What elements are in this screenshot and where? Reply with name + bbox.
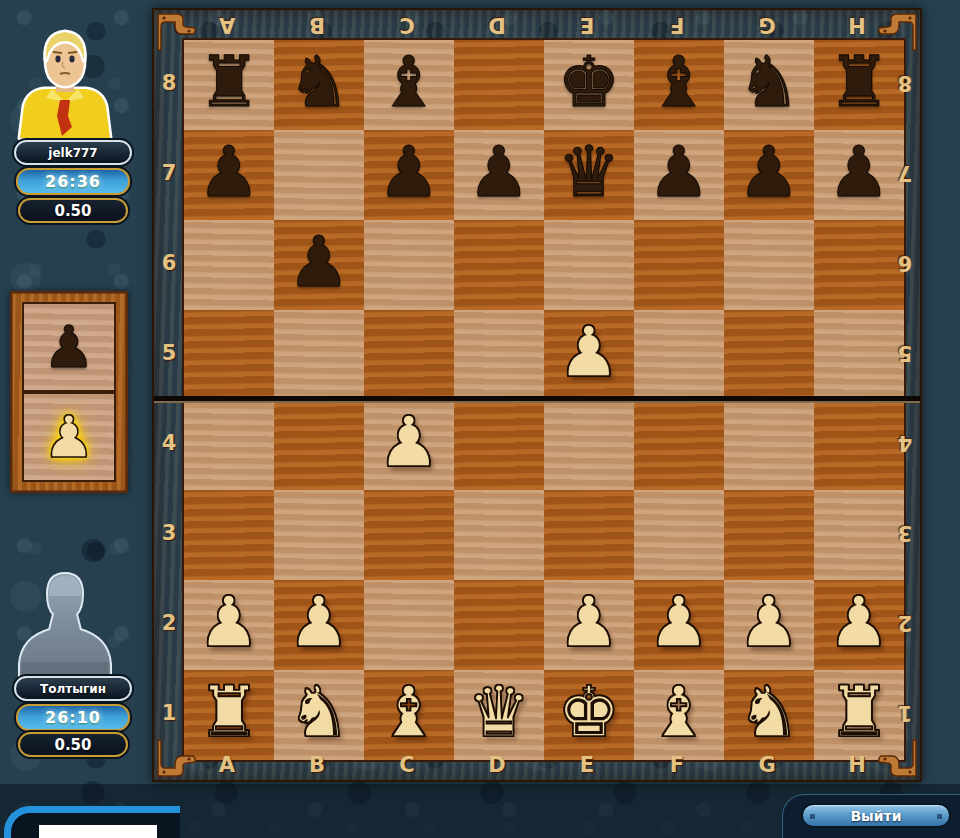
square-h8[interactable]: ♜ [814,40,904,130]
piece-black-pawn[interactable]: ♟ [378,137,441,207]
square-h5[interactable] [814,310,904,400]
piece-black-pawn[interactable]: ♟ [738,137,801,207]
rank-label-right-6: 6 [892,218,918,308]
file-label-bottom-g: G [722,752,812,778]
bottom-player-clock: 26:10 [16,704,130,731]
square-e2[interactable]: ♟ [544,580,634,670]
square-c8[interactable]: ♝ [364,40,454,130]
square-a6[interactable] [184,220,274,310]
file-label-top-d: D [452,12,542,38]
square-h6[interactable] [814,220,904,310]
square-h7[interactable]: ♟ [814,130,904,220]
file-label-top-f: F [632,12,722,38]
piece-black-pawn[interactable]: ♟ [648,137,711,207]
piece-white-king[interactable]: ♚ [558,677,621,747]
piece-black-bishop[interactable]: ♝ [648,47,711,117]
corner-ornament-top-left [156,12,196,52]
square-a5[interactable] [184,310,274,400]
square-f6[interactable] [634,220,724,310]
file-label-bottom-f: F [632,752,722,778]
square-g8[interactable]: ♞ [724,40,814,130]
piece-black-queen[interactable]: ♛ [558,137,621,207]
square-e4[interactable] [544,400,634,490]
avatar-top-player [12,26,118,140]
square-f7[interactable]: ♟ [634,130,724,220]
piece-white-rook[interactable]: ♜ [828,677,891,747]
piece-white-pawn[interactable]: ♟ [558,587,621,657]
rank-label-left-4: 4 [156,398,182,488]
corner-ornament-bottom-left [156,738,196,778]
last-move-black-square: ♟ [22,302,116,392]
square-c4[interactable]: ♟ [364,400,454,490]
piece-white-rook[interactable]: ♜ [198,677,261,747]
board-fold-seam [154,396,920,403]
square-f3[interactable] [634,490,724,580]
piece-white-pawn[interactable]: ♟ [288,587,351,657]
piece-white-pawn[interactable]: ♟ [738,587,801,657]
piece-black-rook[interactable]: ♜ [828,47,891,117]
square-d3[interactable] [454,490,544,580]
square-a3[interactable] [184,490,274,580]
square-d7[interactable]: ♟ [454,130,544,220]
background-window-content [39,825,157,838]
square-c5[interactable] [364,310,454,400]
exit-button[interactable]: Выйти [801,803,951,828]
rank-label-right-4: 4 [892,398,918,488]
chess-board-frame: ♜♞♝♚♝♞♜♟♟♟♛♟♟♟♟♟♟♟♟♟♟♟♟♜♞♝♛♚♝♞♜ AABBCCDD… [152,8,922,782]
piece-black-king[interactable]: ♚ [558,47,621,117]
piece-white-bishop[interactable]: ♝ [648,677,711,747]
square-c6[interactable] [364,220,454,310]
square-g1[interactable]: ♞ [724,670,814,760]
top-player-stake: 0.50 [18,198,128,223]
square-a2[interactable]: ♟ [184,580,274,670]
piece-white-pawn[interactable]: ♟ [648,587,711,657]
square-h3[interactable] [814,490,904,580]
square-g2[interactable]: ♟ [724,580,814,670]
square-d8[interactable] [454,40,544,130]
file-label-top-e: E [542,12,632,38]
square-e3[interactable] [544,490,634,580]
avatar-bottom-player [12,566,118,680]
exit-panel: Выйти [782,794,960,838]
square-c3[interactable] [364,490,454,580]
button-notch-right [937,814,942,819]
rank-label-left-3: 3 [156,488,182,578]
piece-white-pawn[interactable]: ♟ [558,317,621,387]
top-player-clock: 26:36 [16,168,130,195]
square-e6[interactable] [544,220,634,310]
rank-label-right-3: 3 [892,488,918,578]
top-player-name: jelk777 [14,140,132,165]
square-a8[interactable]: ♜ [184,40,274,130]
piece-black-bishop[interactable]: ♝ [378,47,441,117]
square-b6[interactable]: ♟ [274,220,364,310]
square-e1[interactable]: ♚ [544,670,634,760]
square-h4[interactable] [814,400,904,490]
corner-ornament-bottom-right [878,738,918,778]
square-g6[interactable] [724,220,814,310]
piece-black-rook[interactable]: ♜ [198,47,261,117]
file-label-bottom-e: E [542,752,632,778]
piece-white-pawn[interactable]: ♟ [198,587,261,657]
rank-label-left-6: 6 [156,218,182,308]
square-b2[interactable]: ♟ [274,580,364,670]
square-f1[interactable]: ♝ [634,670,724,760]
piece-white-queen[interactable]: ♛ [468,677,531,747]
square-b7[interactable] [274,130,364,220]
square-a7[interactable]: ♟ [184,130,274,220]
piece-black-knight[interactable]: ♞ [288,47,351,117]
square-a4[interactable] [184,400,274,490]
square-f5[interactable] [634,310,724,400]
square-b4[interactable] [274,400,364,490]
square-d2[interactable] [454,580,544,670]
square-d4[interactable] [454,400,544,490]
square-d6[interactable] [454,220,544,310]
file-label-top-g: G [722,12,812,38]
square-e5[interactable]: ♟ [544,310,634,400]
piece-black-pawn[interactable]: ♟ [288,227,351,297]
square-f2[interactable]: ♟ [634,580,724,670]
bottom-player-stake: 0.50 [18,732,128,757]
rank-label-right-5: 5 [892,308,918,398]
last-move-white-square: ♟ [22,392,116,482]
rank-label-left-2: 2 [156,578,182,668]
square-f8[interactable]: ♝ [634,40,724,130]
square-g4[interactable] [724,400,814,490]
square-c7[interactable]: ♟ [364,130,454,220]
square-c1[interactable]: ♝ [364,670,454,760]
square-e8[interactable]: ♚ [544,40,634,130]
square-f4[interactable] [634,400,724,490]
square-b5[interactable] [274,310,364,400]
file-label-bottom-c: C [362,752,452,778]
file-label-top-b: B [272,12,362,38]
square-g5[interactable] [724,310,814,400]
square-g3[interactable] [724,490,814,580]
piece-black-pawn[interactable]: ♟ [468,137,531,207]
square-b1[interactable]: ♞ [274,670,364,760]
piece-white-bishop[interactable]: ♝ [378,677,441,747]
piece-black-pawn[interactable]: ♟ [198,137,261,207]
square-a1[interactable]: ♜ [184,670,274,760]
rank-label-right-2: 2 [892,578,918,668]
button-notch-left [810,814,815,819]
file-label-bottom-b: B [272,752,362,778]
rank-label-right-7: 7 [892,128,918,218]
piece-white-pawn[interactable]: ♟ [378,407,441,477]
square-d1[interactable]: ♛ [454,670,544,760]
corner-ornament-top-right [878,12,918,52]
black-pawn-icon: ♟ [43,318,95,376]
background-window-corner[interactable] [4,806,180,838]
piece-white-knight[interactable]: ♞ [288,677,351,747]
square-h2[interactable]: ♟ [814,580,904,670]
rank-label-left-5: 5 [156,308,182,398]
piece-white-pawn[interactable]: ♟ [828,587,891,657]
file-label-bottom-d: D [452,752,542,778]
square-b3[interactable] [274,490,364,580]
piece-white-knight[interactable]: ♞ [738,677,801,747]
piece-black-pawn[interactable]: ♟ [828,137,891,207]
last-move-panel: ♟ ♟ [10,291,128,493]
piece-black-knight[interactable]: ♞ [738,47,801,117]
square-d5[interactable] [454,310,544,400]
file-label-top-c: C [362,12,452,38]
square-b8[interactable]: ♞ [274,40,364,130]
square-e7[interactable]: ♛ [544,130,634,220]
square-g7[interactable]: ♟ [724,130,814,220]
square-c2[interactable] [364,580,454,670]
rank-label-left-7: 7 [156,128,182,218]
bottom-player-name: Толтыгин [14,676,132,701]
white-pawn-highlighted-icon: ♟ [43,408,95,466]
